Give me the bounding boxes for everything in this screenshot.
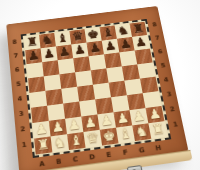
file-label-bottom-B: B [53, 157, 64, 167]
file-label-bottom-A: A [36, 159, 47, 169]
rank-label-right-4: 4 [161, 76, 172, 84]
rank-label-right-6: 6 [155, 48, 166, 56]
square-h1[interactable]: ♜ [148, 121, 167, 139]
file-label-bottom-D: D [86, 152, 98, 162]
product-photo-background: ♜♞♝♛♚♝♞♜♟♟♟♟♟♟♟♟♟♟♟♟♟♟♟♟♜♞♝♛♚♝♞♜ 8765432… [0, 0, 200, 170]
clasp-pin [132, 169, 136, 170]
chess-set: ♜♞♝♛♚♝♞♜♟♟♟♟♟♟♟♟♟♟♟♟♟♟♟♟♜♞♝♛♚♝♞♜ 8765432… [6, 6, 188, 170]
white-knight-icon[interactable]: ♞ [50, 133, 69, 152]
file-label-bottom-F: F [120, 148, 132, 157]
white-rook-icon[interactable]: ♜ [34, 135, 52, 154]
file-label-bottom-H: H [152, 143, 164, 152]
rank-label-left-6: 6 [12, 66, 22, 74]
rank-label-left-1: 1 [19, 140, 30, 149]
rank-label-right-3: 3 [164, 90, 175, 99]
file-label-bottom-C: C [70, 155, 82, 165]
file-label-bottom-G: G [136, 146, 148, 155]
rank-label-right-8: 8 [149, 21, 160, 29]
file-label-bottom-E: E [103, 150, 115, 159]
rank-label-left-7: 7 [11, 52, 21, 60]
rank-label-left-4: 4 [15, 94, 26, 103]
rank-label-left-5: 5 [13, 80, 24, 89]
rank-label-left-3: 3 [16, 109, 27, 118]
square-b1[interactable]: ♞ [51, 134, 69, 152]
square-a1[interactable]: ♜ [34, 136, 52, 154]
rank-label-left-8: 8 [9, 38, 19, 46]
rank-label-right-7: 7 [152, 34, 163, 42]
board-frame: ♜♞♝♛♚♝♞♜♟♟♟♟♟♟♟♟♟♟♟♟♟♟♟♟♜♞♝♛♚♝♞♜ 8765432… [6, 6, 188, 170]
white-rook-icon[interactable]: ♜ [148, 120, 167, 139]
metal-clasp [127, 165, 143, 170]
board-trim: ♜♞♝♛♚♝♞♜♟♟♟♟♟♟♟♟♟♟♟♟♟♟♟♟♜♞♝♛♚♝♞♜ [21, 19, 172, 158]
rank-label-right-1: 1 [170, 120, 182, 129]
rank-label-left-2: 2 [17, 125, 28, 134]
rank-label-right-2: 2 [167, 105, 179, 114]
board-grid: ♜♞♝♛♚♝♞♜♟♟♟♟♟♟♟♟♟♟♟♟♟♟♟♟♜♞♝♛♚♝♞♜ [24, 22, 168, 155]
rank-label-right-5: 5 [158, 61, 169, 69]
